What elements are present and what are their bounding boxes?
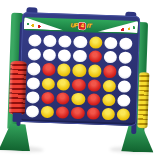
cell-r2c7 — [118, 52, 132, 65]
stack-bracket — [13, 113, 22, 122]
disc-ramp-right — [98, 20, 138, 33]
top-banner: UP 4 IT — [24, 17, 138, 34]
cell-r1c4 — [74, 36, 88, 49]
cell-r5c3 — [56, 92, 70, 105]
disc-ramp-left — [24, 17, 64, 30]
cell-r2c6 — [103, 51, 117, 64]
product-photo-connect-four: UP 4 IT — [0, 0, 156, 156]
cell-r2c1 — [28, 48, 42, 61]
cell-r5c6 — [102, 94, 116, 107]
logo-word-up: UP — [70, 22, 78, 29]
game-assembly: UP 4 IT — [0, 0, 156, 156]
cell-r1c1 — [28, 34, 42, 47]
cell-r1c5 — [89, 36, 103, 49]
cell-r6c4 — [71, 107, 85, 120]
cell-r2c2 — [43, 49, 57, 62]
cell-r3c7 — [118, 66, 132, 79]
cell-r5c1 — [26, 91, 40, 104]
cell-r6c7 — [116, 108, 130, 121]
logo: UP 4 IT — [70, 22, 91, 30]
cell-r2c3 — [58, 49, 72, 62]
cell-r2c5 — [88, 51, 102, 64]
cell-r6c3 — [56, 106, 70, 119]
cell-r6c6 — [101, 108, 115, 121]
cell-r2c4 — [73, 50, 87, 63]
cell-r3c3 — [57, 64, 71, 77]
cell-r4c7 — [117, 80, 131, 93]
logo-number-4: 4 — [79, 22, 86, 29]
cell-r4c6 — [102, 79, 116, 92]
logo-word-it: IT — [87, 22, 92, 29]
cell-r3c6 — [103, 65, 117, 78]
cell-r1c7 — [119, 37, 133, 50]
yellow-disc-stack — [137, 72, 149, 128]
cell-r3c1 — [27, 63, 41, 76]
cell-r4c5 — [87, 79, 101, 92]
cell-r1c3 — [58, 35, 72, 48]
cell-r5c4 — [72, 92, 86, 105]
red-disc-stack — [9, 61, 27, 116]
cell-r5c2 — [41, 91, 55, 104]
cell-r4c1 — [27, 77, 41, 90]
cell-r6c2 — [41, 106, 55, 119]
game-board: UP 4 IT — [19, 12, 141, 126]
cell-r6c1 — [26, 105, 40, 118]
hole-grid — [26, 34, 133, 121]
cell-r6c5 — [86, 107, 100, 120]
cell-r3c2 — [42, 63, 56, 76]
cell-r5c7 — [117, 94, 131, 107]
cell-r1c2 — [43, 35, 57, 48]
cell-r3c5 — [88, 65, 102, 78]
cell-r4c2 — [42, 77, 56, 90]
cell-r1c6 — [104, 37, 118, 50]
cell-r4c3 — [57, 78, 71, 91]
cell-r4c4 — [72, 78, 86, 91]
cell-r3c4 — [73, 64, 87, 77]
cell-r5c5 — [87, 93, 101, 106]
